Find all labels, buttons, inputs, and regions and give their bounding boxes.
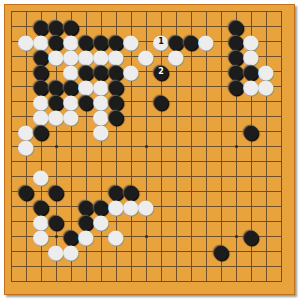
intersection[interactable] bbox=[124, 124, 139, 139]
intersection[interactable] bbox=[34, 274, 49, 289]
intersection[interactable] bbox=[154, 199, 169, 214]
intersection[interactable] bbox=[34, 244, 49, 259]
intersection[interactable] bbox=[169, 184, 184, 199]
white-stone[interactable]: ● bbox=[94, 124, 109, 139]
intersection[interactable] bbox=[169, 109, 184, 124]
white-stone[interactable]: ●1 bbox=[154, 34, 169, 49]
intersection[interactable]: ● bbox=[34, 124, 49, 139]
intersection[interactable] bbox=[199, 214, 214, 229]
intersection[interactable] bbox=[64, 169, 79, 184]
intersection[interactable]: ● bbox=[94, 124, 109, 139]
intersection[interactable]: ● bbox=[79, 229, 94, 244]
intersection[interactable] bbox=[274, 214, 289, 229]
intersection[interactable] bbox=[169, 229, 184, 244]
intersection[interactable] bbox=[229, 124, 244, 139]
intersection[interactable] bbox=[259, 139, 274, 154]
intersection[interactable] bbox=[169, 124, 184, 139]
intersection[interactable] bbox=[229, 274, 244, 289]
intersection[interactable] bbox=[154, 229, 169, 244]
intersection[interactable] bbox=[184, 94, 199, 109]
intersection[interactable]: ● bbox=[34, 169, 49, 184]
intersection[interactable]: ● bbox=[109, 109, 124, 124]
intersection[interactable] bbox=[19, 49, 34, 64]
intersection[interactable] bbox=[259, 274, 274, 289]
intersection[interactable]: ● bbox=[19, 34, 34, 49]
intersection[interactable] bbox=[244, 154, 259, 169]
intersection[interactable] bbox=[274, 64, 289, 79]
intersection[interactable] bbox=[49, 139, 64, 154]
intersection[interactable] bbox=[184, 214, 199, 229]
white-stone[interactable]: ● bbox=[19, 34, 34, 49]
intersection[interactable] bbox=[169, 64, 184, 79]
intersection[interactable]: ● bbox=[214, 244, 229, 259]
intersection[interactable]: ● bbox=[244, 229, 259, 244]
intersection[interactable] bbox=[199, 4, 214, 19]
intersection[interactable] bbox=[259, 229, 274, 244]
intersection[interactable] bbox=[124, 139, 139, 154]
intersection[interactable] bbox=[154, 4, 169, 19]
white-stone[interactable]: ● bbox=[79, 229, 94, 244]
intersection[interactable] bbox=[199, 94, 214, 109]
black-stone[interactable]: ● bbox=[49, 184, 64, 199]
intersection[interactable] bbox=[244, 199, 259, 214]
intersection[interactable] bbox=[184, 64, 199, 79]
intersection[interactable] bbox=[199, 244, 214, 259]
white-stone[interactable]: ● bbox=[34, 169, 49, 184]
intersection[interactable] bbox=[199, 139, 214, 154]
intersection[interactable]: ● bbox=[169, 49, 184, 64]
intersection[interactable] bbox=[139, 139, 154, 154]
intersection[interactable] bbox=[274, 109, 289, 124]
intersection[interactable] bbox=[139, 244, 154, 259]
intersection[interactable] bbox=[109, 124, 124, 139]
intersection[interactable] bbox=[214, 4, 229, 19]
intersection[interactable] bbox=[124, 259, 139, 274]
intersection[interactable]: ● bbox=[154, 94, 169, 109]
intersection[interactable] bbox=[274, 79, 289, 94]
intersection[interactable] bbox=[64, 199, 79, 214]
white-stone[interactable]: ● bbox=[124, 64, 139, 79]
intersection[interactable] bbox=[4, 94, 19, 109]
intersection[interactable] bbox=[169, 154, 184, 169]
black-stone[interactable]: ● bbox=[49, 214, 64, 229]
intersection[interactable] bbox=[94, 259, 109, 274]
intersection[interactable] bbox=[109, 244, 124, 259]
black-stone[interactable]: ●2 bbox=[154, 64, 169, 79]
intersection[interactable] bbox=[214, 169, 229, 184]
intersection[interactable]: ● bbox=[199, 34, 214, 49]
intersection[interactable] bbox=[124, 274, 139, 289]
intersection[interactable] bbox=[4, 139, 19, 154]
intersection[interactable] bbox=[154, 214, 169, 229]
intersection[interactable] bbox=[94, 4, 109, 19]
black-stone[interactable]: ● bbox=[229, 79, 244, 94]
white-stone[interactable]: ● bbox=[49, 49, 64, 64]
intersection[interactable] bbox=[4, 199, 19, 214]
intersection[interactable] bbox=[274, 244, 289, 259]
intersection[interactable] bbox=[19, 79, 34, 94]
intersection[interactable]: ● bbox=[244, 124, 259, 139]
intersection[interactable] bbox=[79, 274, 94, 289]
go-board[interactable]: ●●●●●●●●●●●●●1●●●●●●●●●●●●●●●●●●●●●●2●●●… bbox=[4, 4, 295, 295]
intersection[interactable] bbox=[154, 184, 169, 199]
intersection[interactable] bbox=[79, 244, 94, 259]
intersection[interactable] bbox=[79, 124, 94, 139]
intersection[interactable]: ● bbox=[49, 214, 64, 229]
intersection[interactable] bbox=[274, 229, 289, 244]
intersection[interactable] bbox=[199, 154, 214, 169]
intersection[interactable] bbox=[244, 184, 259, 199]
intersection[interactable] bbox=[4, 184, 19, 199]
intersection[interactable] bbox=[79, 139, 94, 154]
white-stone[interactable]: ● bbox=[139, 199, 154, 214]
intersection[interactable] bbox=[64, 274, 79, 289]
intersection[interactable] bbox=[19, 244, 34, 259]
intersection[interactable] bbox=[244, 139, 259, 154]
intersection[interactable] bbox=[109, 154, 124, 169]
intersection[interactable] bbox=[184, 259, 199, 274]
intersection[interactable] bbox=[49, 154, 64, 169]
intersection[interactable]: ● bbox=[139, 49, 154, 64]
intersection[interactable] bbox=[274, 139, 289, 154]
intersection[interactable]: ● bbox=[64, 109, 79, 124]
intersection[interactable] bbox=[184, 124, 199, 139]
black-stone[interactable]: ● bbox=[214, 244, 229, 259]
white-stone[interactable]: ● bbox=[109, 229, 124, 244]
intersection[interactable] bbox=[184, 109, 199, 124]
black-stone[interactable]: ● bbox=[79, 94, 94, 109]
intersection[interactable] bbox=[244, 169, 259, 184]
intersection[interactable] bbox=[64, 184, 79, 199]
intersection[interactable] bbox=[19, 154, 34, 169]
intersection[interactable] bbox=[214, 124, 229, 139]
intersection[interactable] bbox=[214, 139, 229, 154]
intersection[interactable] bbox=[139, 169, 154, 184]
black-stone[interactable]: ● bbox=[19, 184, 34, 199]
intersection[interactable] bbox=[19, 94, 34, 109]
intersection[interactable] bbox=[94, 139, 109, 154]
intersection[interactable] bbox=[199, 229, 214, 244]
intersection[interactable] bbox=[274, 199, 289, 214]
intersection[interactable] bbox=[139, 214, 154, 229]
intersection[interactable] bbox=[229, 94, 244, 109]
intersection[interactable] bbox=[124, 94, 139, 109]
intersection[interactable] bbox=[199, 274, 214, 289]
intersection[interactable] bbox=[274, 19, 289, 34]
intersection[interactable] bbox=[259, 19, 274, 34]
intersection[interactable] bbox=[199, 109, 214, 124]
intersection[interactable] bbox=[124, 109, 139, 124]
intersection[interactable] bbox=[49, 259, 64, 274]
intersection[interactable] bbox=[4, 49, 19, 64]
intersection[interactable] bbox=[214, 109, 229, 124]
white-stone[interactable]: ● bbox=[259, 79, 274, 94]
intersection[interactable] bbox=[184, 244, 199, 259]
white-stone[interactable]: ● bbox=[124, 34, 139, 49]
intersection[interactable] bbox=[214, 49, 229, 64]
intersection[interactable] bbox=[214, 199, 229, 214]
intersection[interactable] bbox=[244, 244, 259, 259]
intersection[interactable]: ●2 bbox=[154, 64, 169, 79]
intersection[interactable] bbox=[124, 229, 139, 244]
intersection[interactable] bbox=[184, 274, 199, 289]
black-stone[interactable]: ● bbox=[154, 94, 169, 109]
intersection[interactable] bbox=[199, 199, 214, 214]
intersection[interactable] bbox=[259, 124, 274, 139]
white-stone[interactable]: ● bbox=[109, 199, 124, 214]
intersection[interactable] bbox=[274, 184, 289, 199]
white-stone[interactable]: ● bbox=[169, 49, 184, 64]
intersection[interactable] bbox=[79, 154, 94, 169]
intersection[interactable] bbox=[184, 184, 199, 199]
intersection[interactable] bbox=[124, 4, 139, 19]
intersection[interactable] bbox=[139, 19, 154, 34]
intersection[interactable]: ● bbox=[49, 244, 64, 259]
intersection[interactable] bbox=[139, 154, 154, 169]
intersection[interactable] bbox=[199, 64, 214, 79]
intersection[interactable] bbox=[79, 4, 94, 19]
intersection[interactable] bbox=[19, 214, 34, 229]
intersection[interactable] bbox=[229, 244, 244, 259]
intersection[interactable] bbox=[214, 79, 229, 94]
intersection[interactable] bbox=[214, 214, 229, 229]
intersection[interactable] bbox=[154, 169, 169, 184]
intersection[interactable]: ● bbox=[49, 49, 64, 64]
intersection[interactable] bbox=[259, 154, 274, 169]
intersection[interactable] bbox=[4, 34, 19, 49]
intersection[interactable] bbox=[214, 259, 229, 274]
intersection[interactable] bbox=[124, 154, 139, 169]
white-stone[interactable]: ● bbox=[49, 109, 64, 124]
intersection[interactable]: ● bbox=[34, 229, 49, 244]
intersection[interactable] bbox=[259, 184, 274, 199]
intersection[interactable] bbox=[94, 274, 109, 289]
intersection[interactable] bbox=[4, 124, 19, 139]
intersection[interactable]: ● bbox=[259, 79, 274, 94]
intersection[interactable] bbox=[169, 244, 184, 259]
intersection[interactable]: ● bbox=[19, 139, 34, 154]
intersection[interactable] bbox=[229, 139, 244, 154]
intersection[interactable] bbox=[4, 154, 19, 169]
intersection[interactable]: ●1 bbox=[154, 34, 169, 49]
white-stone[interactable]: ● bbox=[244, 79, 259, 94]
intersection[interactable] bbox=[199, 259, 214, 274]
intersection[interactable] bbox=[4, 169, 19, 184]
intersection[interactable] bbox=[169, 199, 184, 214]
black-stone[interactable]: ● bbox=[34, 124, 49, 139]
intersection[interactable] bbox=[184, 229, 199, 244]
intersection[interactable] bbox=[139, 259, 154, 274]
intersection[interactable] bbox=[199, 169, 214, 184]
intersection[interactable] bbox=[4, 19, 19, 34]
intersection[interactable] bbox=[79, 169, 94, 184]
intersection[interactable] bbox=[229, 214, 244, 229]
intersection[interactable] bbox=[244, 259, 259, 274]
intersection[interactable] bbox=[274, 259, 289, 274]
intersection[interactable] bbox=[154, 139, 169, 154]
intersection[interactable] bbox=[214, 94, 229, 109]
intersection[interactable] bbox=[79, 109, 94, 124]
intersection[interactable] bbox=[259, 34, 274, 49]
intersection[interactable]: ● bbox=[94, 214, 109, 229]
intersection[interactable] bbox=[124, 214, 139, 229]
intersection[interactable] bbox=[4, 214, 19, 229]
intersection[interactable] bbox=[184, 79, 199, 94]
black-stone[interactable]: ● bbox=[109, 109, 124, 124]
intersection[interactable] bbox=[274, 169, 289, 184]
intersection[interactable] bbox=[259, 94, 274, 109]
intersection[interactable] bbox=[244, 274, 259, 289]
intersection[interactable]: ● bbox=[244, 79, 259, 94]
intersection[interactable] bbox=[94, 169, 109, 184]
intersection[interactable] bbox=[184, 4, 199, 19]
intersection[interactable] bbox=[4, 109, 19, 124]
intersection[interactable] bbox=[4, 64, 19, 79]
intersection[interactable] bbox=[34, 139, 49, 154]
intersection[interactable]: ● bbox=[64, 244, 79, 259]
black-stone[interactable]: ● bbox=[184, 34, 199, 49]
white-stone[interactable]: ● bbox=[19, 139, 34, 154]
intersection[interactable] bbox=[169, 79, 184, 94]
intersection[interactable] bbox=[274, 274, 289, 289]
intersection[interactable] bbox=[214, 34, 229, 49]
intersection[interactable] bbox=[214, 19, 229, 34]
intersection[interactable] bbox=[229, 229, 244, 244]
black-stone[interactable]: ● bbox=[244, 229, 259, 244]
intersection[interactable] bbox=[214, 184, 229, 199]
intersection[interactable] bbox=[274, 34, 289, 49]
intersection[interactable] bbox=[109, 139, 124, 154]
intersection[interactable]: ● bbox=[124, 199, 139, 214]
intersection[interactable] bbox=[19, 199, 34, 214]
intersection[interactable] bbox=[109, 259, 124, 274]
white-stone[interactable]: ● bbox=[64, 109, 79, 124]
intersection[interactable] bbox=[4, 229, 19, 244]
intersection[interactable] bbox=[169, 139, 184, 154]
intersection[interactable] bbox=[19, 259, 34, 274]
intersection[interactable] bbox=[64, 154, 79, 169]
intersection[interactable] bbox=[19, 64, 34, 79]
intersection[interactable]: ● bbox=[109, 199, 124, 214]
intersection[interactable] bbox=[214, 64, 229, 79]
intersection[interactable]: ● bbox=[124, 64, 139, 79]
intersection[interactable]: ● bbox=[109, 229, 124, 244]
intersection[interactable] bbox=[4, 4, 19, 19]
intersection[interactable] bbox=[259, 109, 274, 124]
intersection[interactable] bbox=[139, 4, 154, 19]
intersection[interactable] bbox=[184, 139, 199, 154]
intersection[interactable] bbox=[259, 259, 274, 274]
intersection[interactable] bbox=[154, 244, 169, 259]
intersection[interactable] bbox=[274, 94, 289, 109]
intersection[interactable] bbox=[4, 79, 19, 94]
intersection[interactable] bbox=[124, 79, 139, 94]
intersection[interactable] bbox=[64, 259, 79, 274]
intersection[interactable] bbox=[229, 199, 244, 214]
intersection[interactable] bbox=[229, 169, 244, 184]
intersection[interactable] bbox=[229, 184, 244, 199]
intersection[interactable] bbox=[274, 154, 289, 169]
intersection[interactable]: ● bbox=[229, 79, 244, 94]
intersection[interactable] bbox=[64, 124, 79, 139]
intersection[interactable] bbox=[259, 214, 274, 229]
intersection[interactable] bbox=[184, 49, 199, 64]
intersection[interactable] bbox=[199, 79, 214, 94]
intersection[interactable] bbox=[19, 229, 34, 244]
intersection[interactable] bbox=[244, 94, 259, 109]
intersection[interactable] bbox=[109, 274, 124, 289]
intersection[interactable] bbox=[229, 154, 244, 169]
intersection[interactable] bbox=[274, 4, 289, 19]
intersection[interactable] bbox=[274, 49, 289, 64]
intersection[interactable] bbox=[259, 199, 274, 214]
intersection[interactable]: ● bbox=[124, 34, 139, 49]
intersection[interactable] bbox=[19, 4, 34, 19]
intersection[interactable] bbox=[274, 124, 289, 139]
intersection[interactable] bbox=[4, 274, 19, 289]
intersection[interactable] bbox=[169, 214, 184, 229]
intersection[interactable] bbox=[4, 259, 19, 274]
intersection[interactable] bbox=[139, 64, 154, 79]
intersection[interactable] bbox=[259, 4, 274, 19]
intersection[interactable] bbox=[139, 79, 154, 94]
intersection[interactable] bbox=[79, 259, 94, 274]
intersection[interactable] bbox=[139, 109, 154, 124]
intersection[interactable]: ● bbox=[139, 199, 154, 214]
intersection[interactable] bbox=[169, 274, 184, 289]
white-stone[interactable]: ● bbox=[49, 244, 64, 259]
intersection[interactable]: ● bbox=[49, 109, 64, 124]
intersection[interactable]: ● bbox=[49, 184, 64, 199]
intersection[interactable] bbox=[94, 244, 109, 259]
white-stone[interactable]: ● bbox=[34, 229, 49, 244]
intersection[interactable] bbox=[229, 259, 244, 274]
intersection[interactable]: ● bbox=[79, 94, 94, 109]
intersection[interactable] bbox=[259, 169, 274, 184]
intersection[interactable] bbox=[169, 259, 184, 274]
intersection[interactable] bbox=[94, 229, 109, 244]
white-stone[interactable]: ● bbox=[124, 199, 139, 214]
intersection[interactable] bbox=[184, 199, 199, 214]
intersection[interactable] bbox=[49, 124, 64, 139]
intersection[interactable] bbox=[169, 4, 184, 19]
intersection[interactable] bbox=[154, 154, 169, 169]
intersection[interactable] bbox=[139, 274, 154, 289]
intersection[interactable] bbox=[154, 109, 169, 124]
intersection[interactable] bbox=[64, 139, 79, 154]
intersection[interactable] bbox=[199, 49, 214, 64]
intersection[interactable] bbox=[229, 109, 244, 124]
intersection[interactable] bbox=[34, 259, 49, 274]
intersection[interactable] bbox=[169, 94, 184, 109]
intersection[interactable] bbox=[169, 169, 184, 184]
white-stone[interactable]: ● bbox=[199, 34, 214, 49]
intersection[interactable] bbox=[19, 274, 34, 289]
white-stone[interactable]: ● bbox=[94, 214, 109, 229]
intersection[interactable] bbox=[214, 274, 229, 289]
intersection[interactable] bbox=[214, 154, 229, 169]
white-stone[interactable]: ● bbox=[139, 49, 154, 64]
intersection[interactable] bbox=[139, 124, 154, 139]
intersection[interactable] bbox=[109, 4, 124, 19]
intersection[interactable] bbox=[154, 259, 169, 274]
intersection[interactable] bbox=[4, 244, 19, 259]
black-stone[interactable]: ● bbox=[244, 124, 259, 139]
intersection[interactable] bbox=[199, 124, 214, 139]
intersection[interactable] bbox=[244, 4, 259, 19]
intersection[interactable] bbox=[94, 154, 109, 169]
intersection[interactable] bbox=[154, 274, 169, 289]
